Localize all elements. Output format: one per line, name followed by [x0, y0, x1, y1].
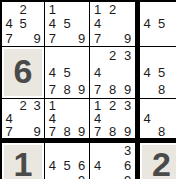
- cell-r4c2[interactable]: 4569: [45, 143, 90, 179]
- pencil-marks: 234789: [90, 47, 135, 98]
- pencil-marks: 45789: [45, 47, 89, 98]
- cell-r3c1[interactable]: 23479: [2, 99, 45, 143]
- pencil-marks: 14579: [45, 2, 89, 46]
- pencil-marks: 23479: [2, 99, 44, 138]
- candidate-5: 5: [63, 66, 70, 79]
- candidate-8: 8: [109, 125, 116, 138]
- candidate-2: 2: [109, 49, 116, 62]
- candidate-7: 7: [49, 32, 56, 45]
- pencil-marks: 24579: [2, 2, 44, 46]
- candidate-9: 9: [33, 32, 40, 45]
- pencil-marks: 1234789: [90, 99, 135, 138]
- candidate-8: 8: [158, 125, 165, 138]
- cell-r3c4[interactable]: 48: [140, 99, 176, 143]
- candidate-9: 9: [124, 83, 131, 96]
- candidate-4: 4: [5, 17, 12, 30]
- candidate-9: 9: [78, 32, 85, 45]
- candidate-4: 4: [144, 112, 151, 125]
- candidate-2: 2: [109, 3, 116, 16]
- candidate-5: 5: [19, 17, 26, 30]
- pencil-marks: 458: [140, 47, 176, 98]
- candidate-9: 9: [33, 125, 40, 138]
- candidate-4: 4: [144, 17, 151, 30]
- candidate-4: 4: [94, 17, 101, 30]
- pencil-marks: 48: [140, 99, 176, 138]
- candidate-1: 1: [49, 3, 56, 16]
- cell-r1c4[interactable]: 45: [140, 2, 176, 47]
- candidate-4: 4: [49, 17, 56, 30]
- candidate-7: 7: [5, 32, 12, 45]
- candidate-5: 5: [158, 17, 165, 30]
- candidate-4: 4: [94, 66, 101, 79]
- given-digit: 2: [140, 143, 176, 179]
- candidate-6: 6: [124, 159, 131, 172]
- pencil-marks: 3469: [90, 143, 135, 179]
- candidate-9: 9: [78, 83, 85, 96]
- candidate-3: 3: [33, 99, 40, 112]
- candidate-3: 3: [124, 99, 131, 112]
- cell-r1c3[interactable]: 12479: [90, 2, 140, 47]
- candidate-2: 2: [19, 3, 26, 16]
- candidate-9: 9: [78, 174, 85, 179]
- candidate-5: 5: [63, 17, 70, 30]
- pencil-marks: 45: [140, 2, 176, 46]
- candidate-1: 1: [94, 3, 101, 16]
- pencil-marks: 12479: [90, 2, 135, 46]
- candidate-7: 7: [94, 32, 101, 45]
- sudoku-grid: 2457914579124794564578923478945823479147…: [2, 2, 176, 179]
- candidate-8: 8: [109, 83, 116, 96]
- given-digit: 1: [2, 143, 44, 179]
- candidate-7: 7: [94, 125, 101, 138]
- cell-r4c1[interactable]: 1: [2, 143, 45, 179]
- cell-r3c2[interactable]: 14789: [45, 99, 90, 143]
- candidate-4: 4: [144, 66, 151, 79]
- candidate-5: 5: [63, 159, 70, 172]
- candidate-9: 9: [78, 125, 85, 138]
- candidate-8: 8: [63, 125, 70, 138]
- cell-r4c3[interactable]: 3469: [90, 143, 140, 179]
- candidate-6: 6: [78, 159, 85, 172]
- candidate-8: 8: [63, 83, 70, 96]
- candidate-9: 9: [124, 174, 131, 179]
- candidate-4: 4: [94, 159, 101, 172]
- pencil-marks: 4569: [45, 143, 89, 179]
- candidate-7: 7: [94, 83, 101, 96]
- given-digit: 6: [2, 47, 44, 98]
- candidate-4: 4: [49, 66, 56, 79]
- pencil-marks: 14789: [45, 99, 89, 138]
- candidate-3: 3: [124, 49, 131, 62]
- candidate-9: 9: [124, 32, 131, 45]
- candidate-2: 2: [109, 99, 116, 112]
- candidate-7: 7: [5, 125, 12, 138]
- candidate-3: 3: [124, 144, 131, 157]
- candidate-5: 5: [158, 66, 165, 79]
- cell-r2c3[interactable]: 234789: [90, 47, 140, 99]
- candidate-7: 7: [49, 125, 56, 138]
- candidate-9: 9: [124, 125, 131, 138]
- cell-r1c2[interactable]: 14579: [45, 2, 90, 47]
- candidate-2: 2: [19, 99, 26, 112]
- cell-r4c4[interactable]: 2: [140, 143, 176, 179]
- sudoku-board: 2457914579124794564578923478945823479147…: [0, 0, 176, 179]
- candidate-4: 4: [49, 159, 56, 172]
- candidate-8: 8: [158, 83, 165, 96]
- cell-r2c1[interactable]: 6: [2, 47, 45, 99]
- candidate-7: 7: [49, 83, 56, 96]
- cell-r2c2[interactable]: 45789: [45, 47, 90, 99]
- cell-r3c3[interactable]: 1234789: [90, 99, 140, 143]
- cell-r1c1[interactable]: 24579: [2, 2, 45, 47]
- cell-r2c4[interactable]: 458: [140, 47, 176, 99]
